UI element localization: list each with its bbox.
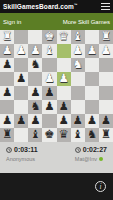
- black-knight[interactable]: ♞: [30, 59, 40, 71]
- square-c3[interactable]: ♞: [71, 58, 85, 72]
- square-g8[interactable]: [14, 128, 28, 142]
- square-g6[interactable]: [14, 100, 28, 114]
- square-g2[interactable]: ♟: [14, 44, 28, 58]
- player-left-time: 0:03:11: [14, 146, 38, 153]
- square-a4[interactable]: [99, 72, 113, 86]
- black-queen[interactable]: ♛: [58, 129, 68, 141]
- black-knight[interactable]: ♞: [87, 129, 97, 141]
- top-bar: SkillGamesBoard.com™: [0, 0, 113, 13]
- player-right: 0:02:27 Mat@Inv: [75, 146, 107, 171]
- black-pawn[interactable]: ♟: [2, 115, 12, 127]
- black-pawn[interactable]: ♟: [30, 87, 40, 99]
- black-pawn[interactable]: ♟: [87, 115, 97, 127]
- square-f1[interactable]: [28, 30, 42, 44]
- site-logo-text: SkillGamesBoard.com: [3, 3, 74, 10]
- square-c8[interactable]: ♝: [71, 128, 85, 142]
- square-e8[interactable]: ♚: [42, 128, 56, 142]
- square-b6[interactable]: [85, 100, 99, 114]
- player-right-timer: 0:02:27: [75, 146, 107, 153]
- black-pawn[interactable]: ♟: [73, 115, 83, 127]
- white-pawn[interactable]: ♟: [87, 45, 97, 57]
- white-bishop[interactable]: ♝: [44, 45, 54, 57]
- bottom-bar: i: [0, 173, 113, 200]
- hamburger-line: [101, 9, 110, 10]
- white-pawn[interactable]: ♟: [44, 73, 54, 85]
- square-a8[interactable]: ♜: [99, 128, 113, 142]
- clock-icon: [6, 147, 12, 153]
- square-e2[interactable]: ♝: [42, 44, 56, 58]
- square-c7[interactable]: ♟: [71, 114, 85, 128]
- square-f5[interactable]: ♟: [28, 86, 42, 100]
- square-g1[interactable]: [14, 30, 28, 44]
- square-b7[interactable]: ♟: [85, 114, 99, 128]
- black-knight[interactable]: ♞: [30, 101, 40, 113]
- square-e1[interactable]: ♚: [42, 30, 56, 44]
- white-pawn[interactable]: ♟: [101, 45, 111, 57]
- white-knight[interactable]: ♞: [73, 59, 83, 71]
- square-h2[interactable]: ♟: [0, 44, 14, 58]
- square-d4[interactable]: ♟: [57, 72, 71, 86]
- square-a6[interactable]: [99, 100, 113, 114]
- white-pawn[interactable]: ♟: [30, 45, 40, 57]
- white-pawn[interactable]: ♟: [16, 45, 26, 57]
- square-a2[interactable]: ♟: [99, 44, 113, 58]
- black-rook[interactable]: ♜: [2, 129, 12, 141]
- square-f2[interactable]: ♟: [28, 44, 42, 58]
- square-e7[interactable]: [42, 114, 56, 128]
- square-f4[interactable]: [28, 72, 42, 86]
- white-rook[interactable]: ♜: [101, 31, 111, 43]
- player-left-timer: 0:03:11: [6, 146, 38, 153]
- black-pawn[interactable]: ♟: [44, 101, 54, 113]
- square-h3[interactable]: ♟: [0, 58, 14, 72]
- square-f8[interactable]: ♝: [28, 128, 42, 142]
- black-pawn[interactable]: ♟: [2, 87, 12, 99]
- square-h4[interactable]: [0, 72, 14, 86]
- info-icon[interactable]: i: [95, 181, 106, 192]
- square-d5[interactable]: [57, 86, 71, 100]
- trademark-mark: ™: [74, 3, 78, 7]
- player-right-name-text: Mat@Inv: [75, 156, 97, 162]
- white-pawn[interactable]: ♟: [73, 45, 83, 57]
- square-d2[interactable]: [57, 44, 71, 58]
- square-b2[interactable]: ♟: [85, 44, 99, 58]
- online-status-dot: [99, 157, 103, 161]
- square-d7[interactable]: ♟: [57, 114, 71, 128]
- black-rook[interactable]: ♜: [101, 129, 111, 141]
- square-c5[interactable]: [71, 86, 85, 100]
- square-b8[interactable]: ♞: [85, 128, 99, 142]
- square-f3[interactable]: ♞: [28, 58, 42, 72]
- square-c2[interactable]: ♟: [71, 44, 85, 58]
- hamburger-line: [101, 6, 110, 7]
- black-bishop[interactable]: ♝: [73, 129, 83, 141]
- black-pawn[interactable]: ♟: [101, 115, 111, 127]
- players-strip: 0:03:11 Anonymous 0:02:27 Mat@Inv: [0, 142, 113, 173]
- square-b4[interactable]: [85, 72, 99, 86]
- chess-board[interactable]: ♜♚♛♝♜♟♟♟♝♟♟♟♟♞♞♟♟♟♟♟♟♞♟♟♟♟♟♟♟♟♟♜♝♚♛♝♞♜: [0, 30, 113, 142]
- square-e4[interactable]: ♟: [42, 72, 56, 86]
- black-pawn[interactable]: ♟: [2, 59, 12, 71]
- white-pawn[interactable]: ♟: [58, 73, 68, 85]
- black-pawn[interactable]: ♟: [16, 73, 26, 85]
- hamburger-menu-icon[interactable]: [101, 2, 110, 11]
- square-c1[interactable]: ♝: [71, 30, 85, 44]
- square-e6[interactable]: ♟: [42, 100, 56, 114]
- square-f6[interactable]: ♞: [28, 100, 42, 114]
- white-queen[interactable]: ♛: [58, 31, 68, 43]
- square-g5[interactable]: [14, 86, 28, 100]
- sign-in-link[interactable]: Sign in: [3, 19, 21, 25]
- square-h8[interactable]: ♜: [0, 128, 14, 142]
- white-pawn[interactable]: ♟: [2, 45, 12, 57]
- square-a7[interactable]: ♟: [99, 114, 113, 128]
- black-pawn[interactable]: ♟: [16, 115, 26, 127]
- square-d3[interactable]: [57, 58, 71, 72]
- square-h1[interactable]: ♜: [0, 30, 14, 44]
- player-right-name: Mat@Inv: [75, 156, 103, 162]
- white-king[interactable]: ♚: [44, 31, 54, 43]
- player-left: 0:03:11 Anonymous: [6, 146, 38, 171]
- square-a5[interactable]: [99, 86, 113, 100]
- square-g3[interactable]: [14, 58, 28, 72]
- app-window: SkillGamesBoard.com™ Sign in More Skill …: [0, 0, 113, 200]
- black-pawn[interactable]: ♟: [30, 115, 40, 127]
- hamburger-line: [101, 3, 110, 4]
- white-rook[interactable]: ♜: [2, 31, 12, 43]
- green-nav-bar: Sign in More Skill Games: [0, 13, 113, 30]
- black-bishop[interactable]: ♝: [30, 129, 40, 141]
- square-e3[interactable]: [42, 58, 56, 72]
- square-h5[interactable]: ♟: [0, 86, 14, 100]
- player-left-name: Anonymous: [6, 156, 38, 162]
- black-pawn[interactable]: ♟: [58, 115, 68, 127]
- clock-icon: [75, 147, 81, 153]
- square-b1[interactable]: [85, 30, 99, 44]
- square-h6[interactable]: [0, 100, 14, 114]
- black-pawn[interactable]: ♟: [58, 101, 68, 113]
- square-d1[interactable]: ♛: [57, 30, 71, 44]
- square-b5[interactable]: [85, 86, 99, 100]
- square-d8[interactable]: ♛: [57, 128, 71, 142]
- square-f7[interactable]: ♟: [28, 114, 42, 128]
- square-g7[interactable]: ♟: [14, 114, 28, 128]
- square-e5[interactable]: ♟: [42, 86, 56, 100]
- site-logo[interactable]: SkillGamesBoard.com™: [3, 3, 78, 10]
- square-d6[interactable]: ♟: [57, 100, 71, 114]
- black-king[interactable]: ♚: [44, 129, 54, 141]
- square-a3[interactable]: [99, 58, 113, 72]
- player-right-time: 0:02:27: [83, 146, 107, 153]
- square-h7[interactable]: ♟: [0, 114, 14, 128]
- square-b3[interactable]: [85, 58, 99, 72]
- square-c4[interactable]: [71, 72, 85, 86]
- more-skill-games-link[interactable]: More Skill Games: [63, 19, 110, 25]
- square-c6[interactable]: [71, 100, 85, 114]
- square-a1[interactable]: ♜: [99, 30, 113, 44]
- square-g4[interactable]: ♟: [14, 72, 28, 86]
- black-pawn[interactable]: ♟: [44, 87, 54, 99]
- white-bishop[interactable]: ♝: [73, 31, 83, 43]
